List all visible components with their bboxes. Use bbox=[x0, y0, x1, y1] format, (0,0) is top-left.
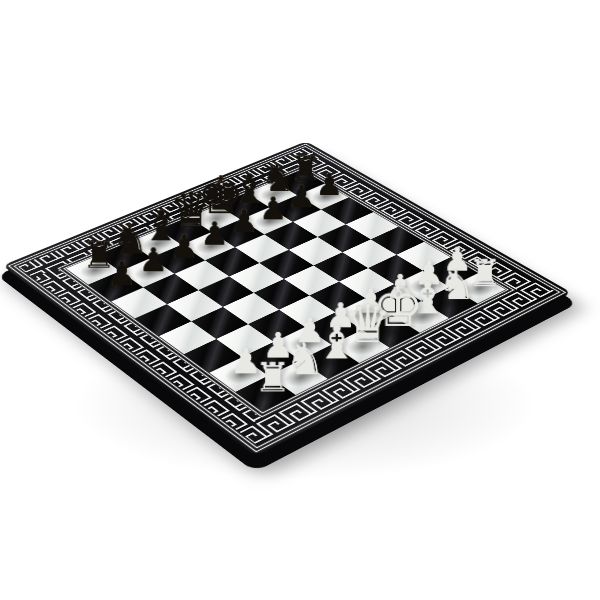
piece-black-pawn-a7: ♟ bbox=[87, 257, 156, 290]
product-photo-chess-set: ♜♞♝♛♚♝♞♜♟♟♟♟♟♟♟♟♟♟♟♟♟♟♟♟♜♞♝♛♚♝♞♜ bbox=[0, 0, 600, 600]
piece-white-rook-a1: ♜ bbox=[235, 358, 310, 399]
